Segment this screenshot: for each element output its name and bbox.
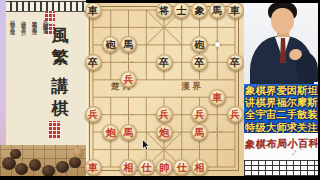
caption-line: 象棋界爱因斯坦 [245,84,318,96]
piece-車-f9r1[interactable]: 車 [227,2,244,19]
piece-馬-f3r8[interactable]: 馬 [120,124,137,141]
piece-兵-f5r7[interactable]: 兵 [156,106,173,123]
piece-馬-f7r8[interactable]: 馬 [191,124,208,141]
photo-piece-light [73,148,84,158]
photo-piece [69,157,81,168]
title-char: 繁 [49,46,71,68]
piece-馬-f8r1[interactable]: 馬 [209,2,226,19]
bottom-frame-bar [0,176,320,180]
xiangqi-board[interactable]: 楚河 漢界 車将士象馬車砲馬砲卒卒卒卒兵車兵兵兵兵炮馬炮馬車相仕帥仕相 [86,0,244,177]
mouse-cursor-icon [142,139,151,151]
poem-columns: 风起楸枰待入局 繁星似子典中逢 讲评论道万人赏 棋中日月人生趣 [8,16,50,102]
presenter-portrait [244,0,318,85]
title-char: 風 [49,24,71,46]
top-frame-bar [86,0,320,3]
tie [280,38,286,63]
piece-象-f7r1[interactable]: 象 [191,2,208,19]
piece-炮-f2r8[interactable]: 炮 [102,124,119,141]
piece-卒-f1r4[interactable]: 卒 [85,54,102,71]
piece-相-f3r10[interactable]: 相 [120,159,137,176]
piece-車-f8r6[interactable]: 車 [209,89,226,106]
left-calligraphy-panel: 风起楸枰待入局 繁星似子典中逢 讲评论道万人赏 棋中日月人生趣 風 繁 講 棋 [0,0,86,177]
title-char: 棋 [49,97,71,119]
face [271,8,294,34]
piece-車-f1r1[interactable]: 車 [85,2,102,19]
piece-卒-f7r4[interactable]: 卒 [191,54,208,71]
caption-line: 全宇宙二手散装 [245,108,318,120]
right-panel: 象棋界爱因斯坦 讲棋界福尔摩斯 全宇宙二手散装 特级大师求关注 象棋布局小百科 … [244,0,318,177]
piece-車-f1r10[interactable]: 車 [85,159,102,176]
photo-piece [15,163,28,175]
piece-兵-f1r7[interactable]: 兵 [85,106,102,123]
river-label-right: 漢界 [181,81,204,93]
piece-仕-f4r10[interactable]: 仕 [138,159,155,176]
piece-卒-f9r4[interactable]: 卒 [227,54,244,71]
photo-piece [56,161,69,173]
channel-title-vertical: 風 繁 講 棋 [49,24,71,119]
piece-士-f6r1[interactable]: 士 [173,2,190,19]
music-note-icon: ♪ [291,149,297,158]
piece-将-f5r1[interactable]: 将 [156,2,173,19]
title-char: 講 [49,75,71,97]
music-note-icon: ♪ [300,145,304,151]
poem-column: 棋中日月人生趣 [9,16,17,102]
seal-stamp-bottom [48,121,61,139]
photo-piece [10,149,21,159]
piece-仕-f6r10[interactable]: 仕 [173,159,190,176]
poem-column: 繁星似子典中逢 [31,16,39,102]
poem-column: 讲评论道万人赏 [20,16,28,102]
caption-banner: 象棋界爱因斯坦 讲棋界福尔摩斯 全宇宙二手散装 特级大师求关注 [244,84,318,133]
thumbnail: 风起楸枰待入局 繁星似子典中逢 讲评论道万人赏 棋中日月人生趣 風 繁 講 棋 [0,0,320,180]
photo-piece [29,159,41,171]
brand-text: 象棋布局小百科 [245,136,318,151]
piece-相-f7r10[interactable]: 相 [191,159,208,176]
piece-炮-f5r8[interactable]: 炮 [156,124,173,141]
caption-line: 讲棋界福尔摩斯 [245,96,318,108]
lattice-border [244,160,318,177]
caption-line: 特级大师求关注 [245,121,318,133]
piece-帥-f5r10[interactable]: 帥 [156,159,173,176]
piece-卒-f5r4[interactable]: 卒 [156,54,173,71]
pieces-photo-strip [0,145,86,177]
piece-兵-f9r7[interactable]: 兵 [227,106,244,123]
brand-area: 象棋布局小百科 ♪ ♪ [244,133,318,177]
